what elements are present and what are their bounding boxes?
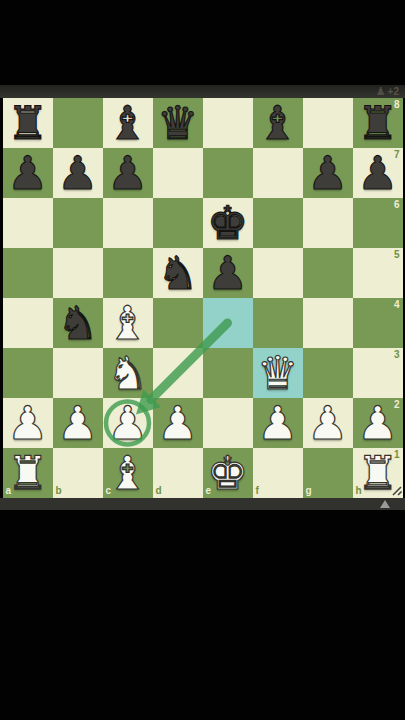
square-e2[interactable] bbox=[203, 398, 253, 448]
square-f7[interactable] bbox=[253, 148, 303, 198]
square-d1[interactable]: d bbox=[153, 448, 203, 498]
square-a1[interactable]: ♜a bbox=[3, 448, 53, 498]
piece-black-pawn[interactable]: ♟ bbox=[353, 148, 403, 198]
piece-white-pawn[interactable]: ♟ bbox=[153, 398, 203, 448]
square-g3[interactable] bbox=[303, 348, 353, 398]
rank-label-6: 6 bbox=[394, 200, 400, 210]
square-b8[interactable] bbox=[53, 98, 103, 148]
square-e5[interactable]: ♟ bbox=[203, 248, 253, 298]
square-h5[interactable]: 5 bbox=[353, 248, 403, 298]
piece-white-knight[interactable]: ♞ bbox=[103, 348, 153, 398]
square-b2[interactable]: ♟ bbox=[53, 398, 103, 448]
square-g1[interactable]: g bbox=[303, 448, 353, 498]
file-label-d: d bbox=[156, 486, 162, 496]
video-frame: ♟ +2 ♜♝♛♝♜8♟♟♟♟♟7♚6♞♟5♞♝4♞♛3♟♟♟♟♟♟♟2♜ab♝… bbox=[0, 0, 405, 720]
player-bottom-bar bbox=[0, 498, 405, 510]
square-h2[interactable]: ♟2 bbox=[353, 398, 403, 448]
square-f6[interactable] bbox=[253, 198, 303, 248]
square-e1[interactable]: ♚e bbox=[203, 448, 253, 498]
square-a4[interactable] bbox=[3, 298, 53, 348]
square-g2[interactable]: ♟ bbox=[303, 398, 353, 448]
square-c4[interactable]: ♝ bbox=[103, 298, 153, 348]
square-g4[interactable] bbox=[303, 298, 353, 348]
piece-white-pawn[interactable]: ♟ bbox=[3, 398, 53, 448]
rank-label-4: 4 bbox=[394, 300, 400, 310]
square-f2[interactable]: ♟ bbox=[253, 398, 303, 448]
square-g7[interactable]: ♟ bbox=[303, 148, 353, 198]
piece-white-king[interactable]: ♚ bbox=[203, 448, 253, 498]
player-top-bar: ♟ +2 bbox=[0, 85, 405, 98]
square-b3[interactable] bbox=[53, 348, 103, 398]
square-a5[interactable] bbox=[3, 248, 53, 298]
piece-white-pawn[interactable]: ♟ bbox=[253, 398, 303, 448]
piece-black-pawn[interactable]: ♟ bbox=[3, 148, 53, 198]
square-a2[interactable]: ♟ bbox=[3, 398, 53, 448]
piece-black-pawn[interactable]: ♟ bbox=[303, 148, 353, 198]
square-c1[interactable]: ♝c bbox=[103, 448, 153, 498]
square-h3[interactable]: 3 bbox=[353, 348, 403, 398]
square-h4[interactable]: 4 bbox=[353, 298, 403, 348]
square-b5[interactable] bbox=[53, 248, 103, 298]
square-a7[interactable]: ♟ bbox=[3, 148, 53, 198]
piece-white-bishop[interactable]: ♝ bbox=[103, 448, 153, 498]
square-e6[interactable]: ♚ bbox=[203, 198, 253, 248]
file-label-b: b bbox=[56, 486, 62, 496]
square-d6[interactable] bbox=[153, 198, 203, 248]
piece-black-pawn[interactable]: ♟ bbox=[203, 248, 253, 298]
file-label-f: f bbox=[256, 486, 259, 496]
square-c3[interactable]: ♞ bbox=[103, 348, 153, 398]
piece-black-pawn[interactable]: ♟ bbox=[103, 148, 153, 198]
square-d7[interactable] bbox=[153, 148, 203, 198]
square-f5[interactable] bbox=[253, 248, 303, 298]
chess-board[interactable]: ♜♝♛♝♜8♟♟♟♟♟7♚6♞♟5♞♝4♞♛3♟♟♟♟♟♟♟2♜ab♝cd♚ef… bbox=[3, 98, 403, 498]
square-b4[interactable]: ♞ bbox=[53, 298, 103, 348]
piece-black-bishop[interactable]: ♝ bbox=[253, 98, 303, 148]
piece-black-knight[interactable]: ♞ bbox=[53, 298, 103, 348]
square-h8[interactable]: ♜8 bbox=[353, 98, 403, 148]
square-a6[interactable] bbox=[3, 198, 53, 248]
rank-label-5: 5 bbox=[394, 250, 400, 260]
square-f1[interactable]: f bbox=[253, 448, 303, 498]
square-h1[interactable]: ♜1h bbox=[353, 448, 403, 498]
square-b1[interactable]: b bbox=[53, 448, 103, 498]
square-f4[interactable] bbox=[253, 298, 303, 348]
square-b7[interactable]: ♟ bbox=[53, 148, 103, 198]
piece-black-pawn[interactable]: ♟ bbox=[53, 148, 103, 198]
piece-white-rook[interactable]: ♜ bbox=[3, 448, 53, 498]
square-h7[interactable]: ♟7 bbox=[353, 148, 403, 198]
square-d2[interactable]: ♟ bbox=[153, 398, 203, 448]
material-indicator: ♟ +2 bbox=[376, 87, 399, 97]
piece-white-pawn[interactable]: ♟ bbox=[303, 398, 353, 448]
piece-white-pawn[interactable]: ♟ bbox=[103, 398, 153, 448]
square-e7[interactable] bbox=[203, 148, 253, 198]
square-b6[interactable] bbox=[53, 198, 103, 248]
square-g5[interactable] bbox=[303, 248, 353, 298]
piece-black-king[interactable]: ♚ bbox=[203, 198, 253, 248]
square-f3[interactable]: ♛ bbox=[253, 348, 303, 398]
square-d4[interactable] bbox=[153, 298, 203, 348]
piece-white-bishop[interactable]: ♝ bbox=[103, 298, 153, 348]
piece-white-queen[interactable]: ♛ bbox=[253, 348, 303, 398]
piece-black-knight[interactable]: ♞ bbox=[153, 248, 203, 298]
piece-black-queen[interactable]: ♛ bbox=[153, 98, 203, 148]
square-g8[interactable] bbox=[303, 98, 353, 148]
square-a8[interactable]: ♜ bbox=[3, 98, 53, 148]
square-d3[interactable] bbox=[153, 348, 203, 398]
piece-black-rook[interactable]: ♜ bbox=[3, 98, 53, 148]
square-h6[interactable]: 6 bbox=[353, 198, 403, 248]
expand-arrow-icon[interactable] bbox=[380, 500, 390, 508]
square-e8[interactable] bbox=[203, 98, 253, 148]
piece-black-bishop[interactable]: ♝ bbox=[103, 98, 153, 148]
square-d8[interactable]: ♛ bbox=[153, 98, 203, 148]
square-e3[interactable] bbox=[203, 348, 253, 398]
file-label-g: g bbox=[306, 486, 312, 496]
square-c2[interactable]: ♟ bbox=[103, 398, 153, 448]
square-e4[interactable] bbox=[203, 298, 253, 348]
rank-label-3: 3 bbox=[394, 350, 400, 360]
square-g6[interactable] bbox=[303, 198, 353, 248]
square-c6[interactable] bbox=[103, 198, 153, 248]
square-d5[interactable]: ♞ bbox=[153, 248, 203, 298]
square-c5[interactable] bbox=[103, 248, 153, 298]
pawn-icon: ♟ bbox=[376, 87, 386, 97]
square-a3[interactable] bbox=[3, 348, 53, 398]
square-c7[interactable]: ♟ bbox=[103, 148, 153, 198]
square-c8[interactable]: ♝ bbox=[103, 98, 153, 148]
piece-white-rook[interactable]: ♜ bbox=[353, 448, 403, 498]
piece-white-pawn[interactable]: ♟ bbox=[53, 398, 103, 448]
piece-black-rook[interactable]: ♜ bbox=[353, 98, 403, 148]
piece-white-pawn[interactable]: ♟ bbox=[353, 398, 403, 448]
square-f8[interactable]: ♝ bbox=[253, 98, 303, 148]
material-score: +2 bbox=[388, 87, 399, 97]
